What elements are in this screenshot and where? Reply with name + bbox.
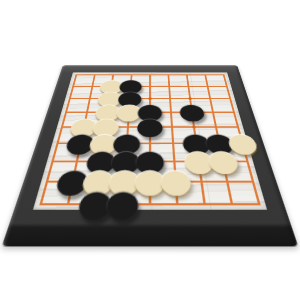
- black-stone: ●: [178, 105, 207, 119]
- go-board-product-photo: ●●●●●●●●●●●●●●●●●●●●●●●●●●●●●: [0, 0, 300, 300]
- intersection-h3: ●: [209, 152, 237, 171]
- intersection-j7: [219, 92, 243, 105]
- intersection-j8: [216, 80, 238, 92]
- intersection-g8: [178, 80, 199, 92]
- white-stone: ●: [159, 170, 194, 191]
- intersection-g9: [177, 70, 197, 81]
- go-board: ●●●●●●●●●●●●●●●●●●●●●●●●●●●●●: [2, 65, 299, 246]
- intersection-j9: [213, 70, 234, 81]
- board-surface: ●●●●●●●●●●●●●●●●●●●●●●●●●●●●●: [33, 72, 267, 209]
- white-stone: ●: [206, 151, 242, 170]
- black-stone: ●: [104, 192, 141, 216]
- intersection-j1: [243, 193, 277, 217]
- intersection-g6: ●: [181, 105, 204, 119]
- intersection-f8: [159, 80, 179, 92]
- intersection-d1: ●: [108, 193, 137, 217]
- intersection-f9: [159, 70, 178, 81]
- intersection-f2: ●: [163, 171, 190, 192]
- intersection-j6: [222, 105, 247, 119]
- board-frame: ●●●●●●●●●●●●●●●●●●●●●●●●●●●●●: [2, 65, 299, 246]
- board-grid: ●●●●●●●●●●●●●●●●●●●●●●●●●●●●●: [23, 70, 276, 217]
